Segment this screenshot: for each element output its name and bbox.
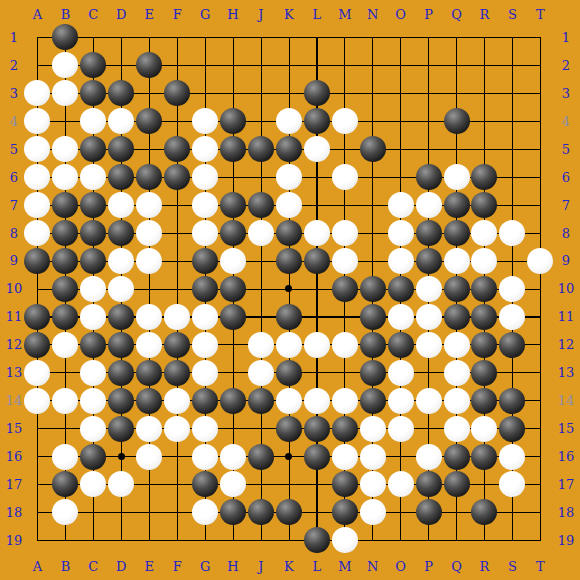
intersection-P3[interactable] [415,79,443,107]
intersection-D7[interactable] [107,191,135,219]
intersection-C8[interactable] [79,219,107,247]
intersection-O3[interactable] [387,79,415,107]
intersection-M6[interactable] [331,163,359,191]
intersection-B3[interactable] [51,79,79,107]
intersection-B18[interactable] [51,498,79,526]
intersection-F7[interactable] [163,191,191,219]
intersection-L12[interactable] [303,331,331,359]
intersection-M7[interactable] [331,191,359,219]
intersection-G1[interactable] [191,24,219,52]
intersection-O10[interactable] [387,275,415,303]
intersection-H6[interactable] [219,163,247,191]
intersection-H5[interactable] [219,135,247,163]
intersection-N2[interactable] [359,51,387,79]
intersection-H9[interactable] [219,247,247,275]
intersection-Q2[interactable] [443,51,471,79]
intersection-G8[interactable] [191,219,219,247]
intersection-H10[interactable] [219,275,247,303]
intersection-K19[interactable] [275,526,303,554]
intersection-T6[interactable] [526,163,554,191]
intersection-H8[interactable] [219,219,247,247]
intersection-A18[interactable] [24,498,52,526]
intersection-C1[interactable] [79,24,107,52]
intersection-G16[interactable] [191,443,219,471]
intersection-H18[interactable] [219,498,247,526]
intersection-O18[interactable] [387,498,415,526]
intersection-S10[interactable] [498,275,526,303]
intersection-M16[interactable] [331,443,359,471]
intersection-T4[interactable] [526,107,554,135]
intersection-T5[interactable] [526,135,554,163]
intersection-F4[interactable] [163,107,191,135]
intersection-E1[interactable] [135,24,163,52]
intersection-N11[interactable] [359,303,387,331]
intersection-O19[interactable] [387,526,415,554]
intersection-R6[interactable] [471,163,499,191]
intersection-K1[interactable] [275,24,303,52]
intersection-O14[interactable] [387,387,415,415]
intersection-O2[interactable] [387,51,415,79]
intersection-G10[interactable] [191,275,219,303]
intersection-S5[interactable] [498,135,526,163]
intersection-F3[interactable] [163,79,191,107]
intersection-B10[interactable] [51,275,79,303]
intersection-K3[interactable] [275,79,303,107]
intersection-N4[interactable] [359,107,387,135]
intersection-N12[interactable] [359,331,387,359]
intersection-S16[interactable] [498,443,526,471]
intersection-F16[interactable] [163,443,191,471]
intersection-C9[interactable] [79,247,107,275]
intersection-E9[interactable] [135,247,163,275]
intersection-C13[interactable] [79,359,107,387]
intersection-A15[interactable] [24,415,52,443]
intersection-S9[interactable] [498,247,526,275]
intersection-L5[interactable] [303,135,331,163]
intersection-H11[interactable] [219,303,247,331]
intersection-A11[interactable] [24,303,52,331]
intersection-S7[interactable] [498,191,526,219]
intersection-D12[interactable] [107,331,135,359]
intersection-A7[interactable] [24,191,52,219]
intersection-R19[interactable] [471,526,499,554]
intersection-Q9[interactable] [443,247,471,275]
intersection-B5[interactable] [51,135,79,163]
intersection-J12[interactable] [247,331,275,359]
intersection-O4[interactable] [387,107,415,135]
intersection-T13[interactable] [526,359,554,387]
intersection-H4[interactable] [219,107,247,135]
intersection-P1[interactable] [415,24,443,52]
intersection-P19[interactable] [415,526,443,554]
intersection-F12[interactable] [163,331,191,359]
intersection-B16[interactable] [51,443,79,471]
intersection-M4[interactable] [331,107,359,135]
intersection-J6[interactable] [247,163,275,191]
intersection-B9[interactable] [51,247,79,275]
intersection-S4[interactable] [498,107,526,135]
intersection-S13[interactable] [498,359,526,387]
intersection-Q15[interactable] [443,415,471,443]
intersection-N15[interactable] [359,415,387,443]
intersection-L19[interactable] [303,526,331,554]
intersection-B14[interactable] [51,387,79,415]
intersection-F19[interactable] [163,526,191,554]
intersection-O12[interactable] [387,331,415,359]
intersection-P14[interactable] [415,387,443,415]
intersection-C7[interactable] [79,191,107,219]
intersection-K11[interactable] [275,303,303,331]
intersection-Q7[interactable] [443,191,471,219]
intersection-K18[interactable] [275,498,303,526]
intersection-C18[interactable] [79,498,107,526]
intersection-N9[interactable] [359,247,387,275]
intersection-H1[interactable] [219,24,247,52]
intersection-J11[interactable] [247,303,275,331]
intersection-O6[interactable] [387,163,415,191]
intersection-R9[interactable] [471,247,499,275]
intersection-S6[interactable] [498,163,526,191]
intersection-F10[interactable] [163,275,191,303]
intersection-L2[interactable] [303,51,331,79]
intersection-B8[interactable] [51,219,79,247]
intersection-P4[interactable] [415,107,443,135]
intersection-K7[interactable] [275,191,303,219]
intersection-D8[interactable] [107,219,135,247]
intersection-T9[interactable] [526,247,554,275]
intersection-H3[interactable] [219,79,247,107]
intersection-Q5[interactable] [443,135,471,163]
intersection-D6[interactable] [107,163,135,191]
intersection-Q13[interactable] [443,359,471,387]
intersection-C2[interactable] [79,51,107,79]
intersection-P2[interactable] [415,51,443,79]
intersection-H15[interactable] [219,415,247,443]
intersection-G2[interactable] [191,51,219,79]
intersection-R17[interactable] [471,471,499,499]
intersection-N17[interactable] [359,471,387,499]
intersection-T12[interactable] [526,331,554,359]
intersection-F11[interactable] [163,303,191,331]
intersection-P15[interactable] [415,415,443,443]
intersection-A13[interactable] [24,359,52,387]
intersection-R8[interactable] [471,219,499,247]
intersection-J19[interactable] [247,526,275,554]
intersection-F18[interactable] [163,498,191,526]
intersection-K5[interactable] [275,135,303,163]
intersection-D5[interactable] [107,135,135,163]
intersection-E10[interactable] [135,275,163,303]
intersection-E13[interactable] [135,359,163,387]
intersection-A19[interactable] [24,526,52,554]
intersection-R7[interactable] [471,191,499,219]
intersection-O15[interactable] [387,415,415,443]
intersection-D3[interactable] [107,79,135,107]
intersection-O9[interactable] [387,247,415,275]
intersection-J7[interactable] [247,191,275,219]
intersection-E8[interactable] [135,219,163,247]
intersection-K6[interactable] [275,163,303,191]
intersection-L4[interactable] [303,107,331,135]
intersection-B17[interactable] [51,471,79,499]
intersection-T18[interactable] [526,498,554,526]
intersection-E4[interactable] [135,107,163,135]
intersection-P10[interactable] [415,275,443,303]
intersection-R12[interactable] [471,331,499,359]
intersection-C6[interactable] [79,163,107,191]
intersection-E16[interactable] [135,443,163,471]
intersection-K12[interactable] [275,331,303,359]
intersection-P9[interactable] [415,247,443,275]
intersection-N13[interactable] [359,359,387,387]
intersection-H2[interactable] [219,51,247,79]
intersection-M11[interactable] [331,303,359,331]
intersection-S2[interactable] [498,51,526,79]
intersection-T17[interactable] [526,471,554,499]
intersection-J18[interactable] [247,498,275,526]
intersection-D15[interactable] [107,415,135,443]
intersection-J17[interactable] [247,471,275,499]
intersection-G6[interactable] [191,163,219,191]
intersection-T7[interactable] [526,191,554,219]
intersection-E14[interactable] [135,387,163,415]
intersection-R2[interactable] [471,51,499,79]
intersection-T11[interactable] [526,303,554,331]
intersection-B1[interactable] [51,24,79,52]
intersection-D19[interactable] [107,526,135,554]
intersection-F15[interactable] [163,415,191,443]
intersection-J1[interactable] [247,24,275,52]
intersection-M18[interactable] [331,498,359,526]
intersection-C17[interactable] [79,471,107,499]
intersection-Q10[interactable] [443,275,471,303]
intersection-M15[interactable] [331,415,359,443]
intersection-Q4[interactable] [443,107,471,135]
intersection-D2[interactable] [107,51,135,79]
intersection-E5[interactable] [135,135,163,163]
intersection-T15[interactable] [526,415,554,443]
intersection-N7[interactable] [359,191,387,219]
intersection-J13[interactable] [247,359,275,387]
intersection-M14[interactable] [331,387,359,415]
intersection-L11[interactable] [303,303,331,331]
intersection-K13[interactable] [275,359,303,387]
intersection-S1[interactable] [498,24,526,52]
intersection-G3[interactable] [191,79,219,107]
intersection-J4[interactable] [247,107,275,135]
intersection-F8[interactable] [163,219,191,247]
intersection-S15[interactable] [498,415,526,443]
intersection-T2[interactable] [526,51,554,79]
intersection-O13[interactable] [387,359,415,387]
intersection-L18[interactable] [303,498,331,526]
intersection-B11[interactable] [51,303,79,331]
intersection-G18[interactable] [191,498,219,526]
intersection-R5[interactable] [471,135,499,163]
intersection-B6[interactable] [51,163,79,191]
intersection-P7[interactable] [415,191,443,219]
intersection-L1[interactable] [303,24,331,52]
intersection-L14[interactable] [303,387,331,415]
intersection-M8[interactable] [331,219,359,247]
intersection-M2[interactable] [331,51,359,79]
intersection-R14[interactable] [471,387,499,415]
intersection-R11[interactable] [471,303,499,331]
intersection-E7[interactable] [135,191,163,219]
intersection-P8[interactable] [415,219,443,247]
intersection-Q16[interactable] [443,443,471,471]
intersection-E6[interactable] [135,163,163,191]
intersection-A16[interactable] [24,443,52,471]
intersection-K14[interactable] [275,387,303,415]
intersection-S12[interactable] [498,331,526,359]
intersection-R3[interactable] [471,79,499,107]
intersection-N3[interactable] [359,79,387,107]
intersection-K2[interactable] [275,51,303,79]
intersection-P6[interactable] [415,163,443,191]
intersection-O16[interactable] [387,443,415,471]
intersection-N5[interactable] [359,135,387,163]
intersection-O5[interactable] [387,135,415,163]
intersection-C14[interactable] [79,387,107,415]
intersection-F6[interactable] [163,163,191,191]
intersection-L15[interactable] [303,415,331,443]
intersection-J8[interactable] [247,219,275,247]
intersection-C16[interactable] [79,443,107,471]
intersection-S8[interactable] [498,219,526,247]
intersection-R4[interactable] [471,107,499,135]
intersection-L9[interactable] [303,247,331,275]
intersection-J16[interactable] [247,443,275,471]
intersection-B7[interactable] [51,191,79,219]
intersection-M13[interactable] [331,359,359,387]
intersection-Q3[interactable] [443,79,471,107]
intersection-A3[interactable] [24,79,52,107]
intersection-N19[interactable] [359,526,387,554]
intersection-B15[interactable] [51,415,79,443]
intersection-A12[interactable] [24,331,52,359]
intersection-L8[interactable] [303,219,331,247]
intersection-C19[interactable] [79,526,107,554]
intersection-E11[interactable] [135,303,163,331]
intersection-A2[interactable] [24,51,52,79]
intersection-S14[interactable] [498,387,526,415]
intersection-O11[interactable] [387,303,415,331]
intersection-E3[interactable] [135,79,163,107]
intersection-Q1[interactable] [443,24,471,52]
intersection-M5[interactable] [331,135,359,163]
intersection-G14[interactable] [191,387,219,415]
intersection-H7[interactable] [219,191,247,219]
intersection-B13[interactable] [51,359,79,387]
intersection-N1[interactable] [359,24,387,52]
intersection-D16[interactable] [107,443,135,471]
intersection-H13[interactable] [219,359,247,387]
intersection-A8[interactable] [24,219,52,247]
intersection-F5[interactable] [163,135,191,163]
intersection-Q14[interactable] [443,387,471,415]
intersection-K8[interactable] [275,219,303,247]
intersection-C11[interactable] [79,303,107,331]
intersection-C12[interactable] [79,331,107,359]
intersection-B2[interactable] [51,51,79,79]
intersection-L17[interactable] [303,471,331,499]
intersection-Q12[interactable] [443,331,471,359]
intersection-J9[interactable] [247,247,275,275]
intersection-N6[interactable] [359,163,387,191]
intersection-G5[interactable] [191,135,219,163]
intersection-M12[interactable] [331,331,359,359]
intersection-G17[interactable] [191,471,219,499]
intersection-R15[interactable] [471,415,499,443]
intersection-T3[interactable] [526,79,554,107]
intersection-J15[interactable] [247,415,275,443]
intersection-R16[interactable] [471,443,499,471]
intersection-D13[interactable] [107,359,135,387]
intersection-D17[interactable] [107,471,135,499]
intersection-Q19[interactable] [443,526,471,554]
intersection-M10[interactable] [331,275,359,303]
intersection-S17[interactable] [498,471,526,499]
intersection-P17[interactable] [415,471,443,499]
intersection-G13[interactable] [191,359,219,387]
intersection-J10[interactable] [247,275,275,303]
intersection-C4[interactable] [79,107,107,135]
intersection-O1[interactable] [387,24,415,52]
intersection-K15[interactable] [275,415,303,443]
intersection-T10[interactable] [526,275,554,303]
intersection-Q17[interactable] [443,471,471,499]
intersection-B12[interactable] [51,331,79,359]
intersection-Q11[interactable] [443,303,471,331]
intersection-J3[interactable] [247,79,275,107]
intersection-S19[interactable] [498,526,526,554]
intersection-C10[interactable] [79,275,107,303]
intersection-C15[interactable] [79,415,107,443]
intersection-S3[interactable] [498,79,526,107]
intersection-F9[interactable] [163,247,191,275]
intersection-L7[interactable] [303,191,331,219]
intersection-E12[interactable] [135,331,163,359]
intersection-E15[interactable] [135,415,163,443]
intersection-J2[interactable] [247,51,275,79]
intersection-G15[interactable] [191,415,219,443]
intersection-K10[interactable] [275,275,303,303]
intersection-Q6[interactable] [443,163,471,191]
intersection-A5[interactable] [24,135,52,163]
intersection-G12[interactable] [191,331,219,359]
intersection-N18[interactable] [359,498,387,526]
intersection-K9[interactable] [275,247,303,275]
intersection-F17[interactable] [163,471,191,499]
intersection-M1[interactable] [331,24,359,52]
intersection-L10[interactable] [303,275,331,303]
intersection-B19[interactable] [51,526,79,554]
intersection-L13[interactable] [303,359,331,387]
intersection-D10[interactable] [107,275,135,303]
intersection-B4[interactable] [51,107,79,135]
intersection-T8[interactable] [526,219,554,247]
intersection-P16[interactable] [415,443,443,471]
intersection-F14[interactable] [163,387,191,415]
intersection-A14[interactable] [24,387,52,415]
intersection-R1[interactable] [471,24,499,52]
intersection-C3[interactable] [79,79,107,107]
intersection-M19[interactable] [331,526,359,554]
intersection-K4[interactable] [275,107,303,135]
intersection-O7[interactable] [387,191,415,219]
intersection-Q8[interactable] [443,219,471,247]
